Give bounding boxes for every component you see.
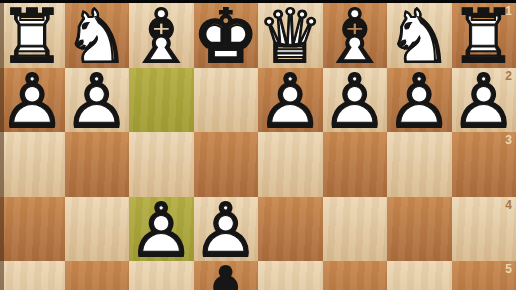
square-b5[interactable] (387, 261, 452, 290)
piece-outline-glyph: ♙ (258, 69, 323, 134)
top-letterbox-bar (0, 0, 516, 3)
rank-label-2: 2 (505, 69, 512, 83)
square-g5[interactable] (65, 261, 130, 290)
piece-outline-glyph: ♙ (323, 69, 388, 134)
square-c4[interactable] (323, 197, 388, 262)
chess-board: ♜♖♞♘♝♗♚♔♛♕♝♗♞♘♜♖1♟♙♟♙♟♙♟♙♟♙♟♙23♟♙♟♙4♟5 (0, 3, 516, 290)
square-h4[interactable] (0, 197, 65, 262)
square-d4[interactable] (258, 197, 323, 262)
white-pawn-piece[interactable]: ♟♙ (0, 68, 65, 133)
square-c5[interactable] (323, 261, 388, 290)
square-c2[interactable]: ♟♙ (323, 68, 388, 133)
square-h5[interactable] (0, 261, 65, 290)
square-d2[interactable]: ♟♙ (258, 68, 323, 133)
rank-label-3: 3 (505, 133, 512, 147)
white-pawn-piece[interactable]: ♟♙ (129, 197, 194, 262)
square-d5[interactable] (258, 261, 323, 290)
square-a4[interactable]: 4 (452, 197, 516, 262)
white-bishop-piece[interactable]: ♝♗ (129, 3, 194, 68)
piece-fill-glyph: ♟ (194, 262, 259, 290)
piece-outline-glyph: ♙ (129, 198, 194, 263)
rank-label-1: 1 (505, 4, 512, 18)
piece-outline-glyph: ♗ (129, 4, 194, 69)
board-frame: ♜♖♞♘♝♗♚♔♛♕♝♗♞♘♜♖1♟♙♟♙♟♙♟♙♟♙♟♙23♟♙♟♙4♟5 (0, 0, 516, 290)
white-pawn-piece[interactable]: ♟♙ (258, 68, 323, 133)
piece-outline-glyph: ♙ (65, 69, 130, 134)
square-f4[interactable]: ♟♙ (129, 197, 194, 262)
rank-label-4: 4 (505, 198, 512, 212)
black-pawn-piece[interactable]: ♟ (194, 261, 259, 290)
piece-outline-glyph: ♙ (0, 69, 65, 134)
white-pawn-piece[interactable]: ♟♙ (323, 68, 388, 133)
square-e1[interactable]: ♚♔ (194, 3, 259, 68)
square-h2[interactable]: ♟♙ (0, 68, 65, 133)
white-pawn-piece[interactable]: ♟♙ (65, 68, 130, 133)
square-a5[interactable]: 5 (452, 261, 516, 290)
piece-outline-glyph: ♔ (194, 4, 259, 69)
square-b4[interactable] (387, 197, 452, 262)
square-f1[interactable]: ♝♗ (129, 3, 194, 68)
square-g4[interactable] (65, 197, 130, 262)
square-b2[interactable]: ♟♙ (387, 68, 452, 133)
square-e5[interactable]: ♟ (194, 261, 259, 290)
white-king-piece[interactable]: ♚♔ (194, 3, 259, 68)
left-edge-shadow (0, 0, 4, 290)
white-pawn-piece[interactable]: ♟♙ (387, 68, 452, 133)
rank-label-5: 5 (505, 262, 512, 276)
piece-outline-glyph: ♙ (387, 69, 452, 134)
square-a2[interactable]: ♟♙2 (452, 68, 516, 133)
square-g2[interactable]: ♟♙ (65, 68, 130, 133)
